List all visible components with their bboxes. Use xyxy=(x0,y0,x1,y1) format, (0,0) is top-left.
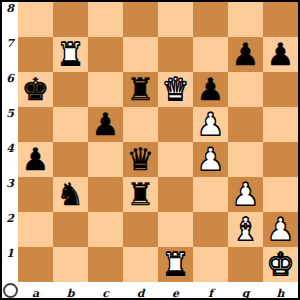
white-pawn-f5[interactable]: ♟ xyxy=(193,107,228,142)
square-f8[interactable] xyxy=(193,2,228,37)
square-g2[interactable]: ♝ xyxy=(228,212,263,247)
rank-label-7: 7 xyxy=(2,37,18,72)
square-d1[interactable] xyxy=(123,247,158,282)
square-f2[interactable] xyxy=(193,212,228,247)
square-a5[interactable] xyxy=(18,107,53,142)
black-pawn-h7[interactable]: ♟ xyxy=(263,37,298,72)
black-pawn-f6[interactable]: ♟ xyxy=(193,72,228,107)
square-e3[interactable] xyxy=(158,177,193,212)
file-label-g: g xyxy=(228,287,263,300)
black-pawn-a4[interactable]: ♟ xyxy=(18,142,53,177)
white-to-move-indicator xyxy=(3,283,18,298)
file-label-b: b xyxy=(53,287,88,300)
square-e5[interactable] xyxy=(158,107,193,142)
black-king-a6[interactable]: ♚ xyxy=(18,72,53,107)
square-c5[interactable]: ♟ xyxy=(88,107,123,142)
black-queen-d4[interactable]: ♛ xyxy=(123,142,158,177)
square-h8[interactable] xyxy=(263,2,298,37)
square-b3[interactable]: ♞ xyxy=(53,177,88,212)
white-pawn-f4[interactable]: ♟ xyxy=(193,142,228,177)
square-d8[interactable] xyxy=(123,2,158,37)
black-rook-d3[interactable]: ♜ xyxy=(123,177,158,212)
square-b8[interactable] xyxy=(53,2,88,37)
square-d5[interactable] xyxy=(123,107,158,142)
square-d3[interactable]: ♜ xyxy=(123,177,158,212)
square-h4[interactable] xyxy=(263,142,298,177)
square-b5[interactable] xyxy=(53,107,88,142)
square-c6[interactable] xyxy=(88,72,123,107)
square-b7[interactable]: ♜ xyxy=(53,37,88,72)
square-e1[interactable]: ♜ xyxy=(158,247,193,282)
square-d2[interactable] xyxy=(123,212,158,247)
rank-label-3: 3 xyxy=(2,177,18,212)
black-knight-b3[interactable]: ♞ xyxy=(53,177,88,212)
rank-labels: 87654321 xyxy=(2,2,18,282)
square-h3[interactable] xyxy=(263,177,298,212)
file-label-h: h xyxy=(263,287,298,300)
square-h5[interactable] xyxy=(263,107,298,142)
chess-diagram: 87654321 ♜♟♟♚♜♛♟♟♟♟♛♟♞♜♟♝♟♜♚ abcdefgh xyxy=(0,0,300,300)
square-e7[interactable] xyxy=(158,37,193,72)
white-bishop-g2[interactable]: ♝ xyxy=(228,212,263,247)
file-label-d: d xyxy=(123,287,158,300)
white-pawn-h2[interactable]: ♟ xyxy=(263,212,298,247)
file-label-a: a xyxy=(18,287,53,300)
square-g1[interactable] xyxy=(228,247,263,282)
rank-label-1: 1 xyxy=(2,247,18,282)
black-pawn-g7[interactable]: ♟ xyxy=(228,37,263,72)
square-f7[interactable] xyxy=(193,37,228,72)
square-e2[interactable] xyxy=(158,212,193,247)
square-e6[interactable]: ♛ xyxy=(158,72,193,107)
rank-label-6: 6 xyxy=(2,72,18,107)
rank-label-2: 2 xyxy=(2,212,18,247)
square-f3[interactable] xyxy=(193,177,228,212)
square-a7[interactable] xyxy=(18,37,53,72)
square-a4[interactable]: ♟ xyxy=(18,142,53,177)
square-a3[interactable] xyxy=(18,177,53,212)
file-labels: abcdefgh xyxy=(18,282,298,298)
square-c4[interactable] xyxy=(88,142,123,177)
square-h6[interactable] xyxy=(263,72,298,107)
square-d6[interactable]: ♜ xyxy=(123,72,158,107)
square-f1[interactable] xyxy=(193,247,228,282)
square-g3[interactable]: ♟ xyxy=(228,177,263,212)
rank-label-5: 5 xyxy=(2,107,18,142)
square-c8[interactable] xyxy=(88,2,123,37)
white-pawn-g3[interactable]: ♟ xyxy=(228,177,263,212)
square-d7[interactable] xyxy=(123,37,158,72)
rank-label-8: 8 xyxy=(2,2,18,37)
file-label-e: e xyxy=(158,287,193,300)
square-c3[interactable] xyxy=(88,177,123,212)
square-b4[interactable] xyxy=(53,142,88,177)
white-rook-e1[interactable]: ♜ xyxy=(158,247,193,282)
square-b2[interactable] xyxy=(53,212,88,247)
white-rook-b7[interactable]: ♜ xyxy=(53,37,88,72)
rank-label-4: 4 xyxy=(2,142,18,177)
black-rook-d6[interactable]: ♜ xyxy=(123,72,158,107)
square-f5[interactable]: ♟ xyxy=(193,107,228,142)
square-b1[interactable] xyxy=(53,247,88,282)
square-h1[interactable]: ♚ xyxy=(263,247,298,282)
square-g8[interactable] xyxy=(228,2,263,37)
square-h2[interactable]: ♟ xyxy=(263,212,298,247)
square-f6[interactable]: ♟ xyxy=(193,72,228,107)
square-c2[interactable] xyxy=(88,212,123,247)
square-a1[interactable] xyxy=(18,247,53,282)
square-c7[interactable] xyxy=(88,37,123,72)
square-e8[interactable] xyxy=(158,2,193,37)
square-c1[interactable] xyxy=(88,247,123,282)
square-e4[interactable] xyxy=(158,142,193,177)
square-f4[interactable]: ♟ xyxy=(193,142,228,177)
white-queen-e6[interactable]: ♛ xyxy=(158,72,193,107)
file-label-c: c xyxy=(88,287,123,300)
square-g5[interactable] xyxy=(228,107,263,142)
square-b6[interactable] xyxy=(53,72,88,107)
square-g7[interactable]: ♟ xyxy=(228,37,263,72)
file-label-f: f xyxy=(193,287,228,300)
square-d4[interactable]: ♛ xyxy=(123,142,158,177)
black-pawn-c5[interactable]: ♟ xyxy=(88,107,123,142)
square-a6[interactable]: ♚ xyxy=(18,72,53,107)
white-king-h1[interactable]: ♚ xyxy=(263,247,298,282)
square-a8[interactable] xyxy=(18,2,53,37)
square-g4[interactable] xyxy=(228,142,263,177)
square-g6[interactable] xyxy=(228,72,263,107)
square-h7[interactable]: ♟ xyxy=(263,37,298,72)
square-a2[interactable] xyxy=(18,212,53,247)
chess-board: ♜♟♟♚♜♛♟♟♟♟♛♟♞♜♟♝♟♜♚ xyxy=(18,2,298,282)
